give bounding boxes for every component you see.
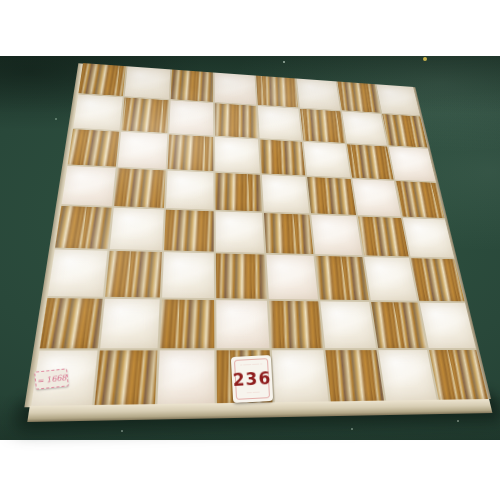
square-r5c5 (264, 213, 314, 254)
square-r5c7 (358, 216, 409, 256)
lot-tag-small-print-bottom: ····· ······· (246, 391, 259, 395)
square-r4c1 (62, 166, 116, 206)
square-r7c6 (320, 301, 375, 348)
square-r4c5 (262, 175, 310, 213)
square-r6c5 (266, 255, 318, 299)
square-r7c3 (159, 299, 214, 348)
square-r6c2 (105, 251, 161, 297)
inventory-sticker: = 1668 (34, 368, 69, 389)
square-r2c7 (342, 112, 387, 145)
square-r2c2 (122, 98, 169, 133)
square-r2c1 (73, 95, 123, 130)
square-r1c5 (256, 76, 298, 108)
square-r5c4 (215, 211, 264, 253)
square-r3c8 (388, 146, 435, 181)
square-r1c3 (170, 69, 213, 102)
lot-number: 236 (232, 370, 271, 389)
sticker-text: = 1668 (36, 372, 67, 385)
square-r1c2 (125, 66, 170, 99)
square-r5c3 (164, 210, 214, 252)
square-r3c6 (304, 142, 350, 178)
square-r3c3 (167, 134, 213, 171)
felt-specks (0, 0, 2, 2)
square-r4c7 (352, 179, 401, 217)
square-r2c3 (169, 101, 213, 136)
square-r8c2 (95, 350, 157, 405)
square-r6c4 (216, 254, 267, 299)
square-r3c5 (260, 139, 306, 175)
square-r5c2 (110, 208, 163, 251)
square-r4c8 (395, 181, 444, 218)
square-r1c6 (297, 79, 340, 111)
square-r4c2 (114, 168, 165, 208)
square-r6c7 (364, 257, 417, 300)
square-r1c8 (376, 84, 420, 115)
square-r3c4 (215, 137, 260, 173)
square-r2c5 (258, 106, 302, 140)
square-r5c1 (55, 206, 112, 249)
square-r4c6 (307, 177, 355, 215)
square-r8c5 (272, 350, 329, 402)
square-r3c7 (347, 144, 394, 179)
square-r7c2 (100, 298, 159, 348)
square-r8c3 (157, 350, 215, 404)
square-r2c4 (215, 103, 258, 137)
auction-lot-tag: ·· ········ ······· ·· 236 ····· ······· (231, 355, 273, 403)
square-r7c7 (371, 302, 427, 348)
square-r1c7 (337, 81, 380, 112)
square-r4c4 (215, 173, 262, 212)
square-r6c6 (316, 256, 369, 300)
square-r2c6 (300, 109, 344, 143)
square-r6c1 (48, 250, 108, 297)
square-r3c2 (118, 131, 167, 168)
square-r1c1 (78, 63, 126, 96)
square-r2c8 (382, 114, 427, 147)
square-r3c1 (68, 129, 120, 167)
square-r8c6 (326, 350, 384, 402)
square-r7c1 (40, 298, 103, 348)
lot-tag-frame: ·· ········ ······· ·· 236 ····· ······· (234, 358, 270, 400)
square-r4c3 (165, 170, 213, 209)
lot-tag-small-print-top: ·· ········ ······· ·· (240, 363, 262, 367)
square-r7c5 (269, 300, 323, 348)
square-r5c6 (311, 215, 361, 256)
square-r7c4 (216, 300, 270, 348)
square-r1c4 (214, 73, 256, 105)
square-r6c3 (161, 252, 213, 297)
square-r8c7 (378, 350, 437, 401)
